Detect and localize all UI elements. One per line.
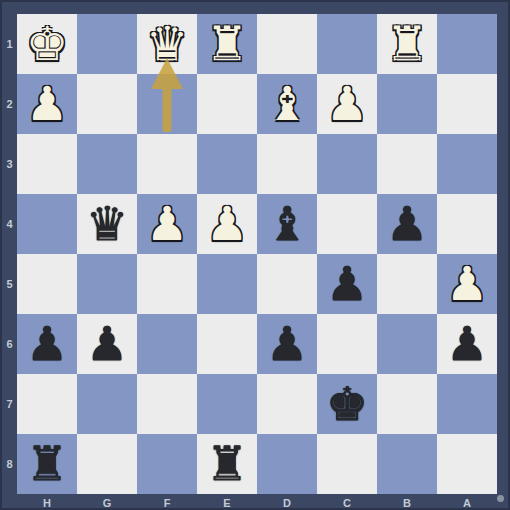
square-a2[interactable] <box>437 74 497 134</box>
rank-label-1: 1 <box>2 14 17 74</box>
square-h4[interactable] <box>17 194 77 254</box>
square-g2[interactable] <box>77 74 137 134</box>
square-d5[interactable] <box>257 254 317 314</box>
square-b2[interactable] <box>377 74 437 134</box>
square-b8[interactable] <box>377 434 437 494</box>
file-label-g: G <box>77 494 137 510</box>
file-label-c: C <box>317 494 377 510</box>
square-c3[interactable] <box>317 134 377 194</box>
rank-label-2: 2 <box>2 74 17 134</box>
rank-label-3: 3 <box>2 134 17 194</box>
square-c6[interactable] <box>317 314 377 374</box>
square-e1[interactable]: ♜ <box>197 14 257 74</box>
square-a6[interactable]: ♟ <box>437 314 497 374</box>
square-e4[interactable]: ♟ <box>197 194 257 254</box>
square-c5[interactable]: ♟ <box>317 254 377 314</box>
square-a3[interactable] <box>437 134 497 194</box>
square-d8[interactable] <box>257 434 317 494</box>
square-h6[interactable]: ♟ <box>17 314 77 374</box>
square-a4[interactable] <box>437 194 497 254</box>
square-e6[interactable] <box>197 314 257 374</box>
square-e7[interactable] <box>197 374 257 434</box>
square-d2[interactable]: ♝ <box>257 74 317 134</box>
square-b3[interactable] <box>377 134 437 194</box>
square-f8[interactable] <box>137 434 197 494</box>
square-d6[interactable]: ♟ <box>257 314 317 374</box>
file-label-d: D <box>257 494 317 510</box>
corner-dot <box>497 495 504 502</box>
chess-board: ♚♛♜♜♟♝♟♛♟♟♝♟♟♟♟♟♟♟♚♜♜ <box>17 14 497 494</box>
piece-black-pawn[interactable]: ♟ <box>86 314 128 374</box>
piece-white-pawn[interactable]: ♟ <box>206 194 248 254</box>
piece-white-bishop[interactable]: ♝ <box>266 74 308 134</box>
square-c8[interactable] <box>317 434 377 494</box>
piece-black-king[interactable]: ♚ <box>326 374 368 434</box>
square-e5[interactable] <box>197 254 257 314</box>
square-c2[interactable]: ♟ <box>317 74 377 134</box>
square-f1[interactable]: ♛ <box>137 14 197 74</box>
piece-black-pawn[interactable]: ♟ <box>26 314 68 374</box>
square-c7[interactable]: ♚ <box>317 374 377 434</box>
square-g1[interactable] <box>77 14 137 74</box>
square-b4[interactable]: ♟ <box>377 194 437 254</box>
piece-black-pawn[interactable]: ♟ <box>266 314 308 374</box>
square-g4[interactable]: ♛ <box>77 194 137 254</box>
square-a1[interactable] <box>437 14 497 74</box>
square-g8[interactable] <box>77 434 137 494</box>
piece-black-pawn[interactable]: ♟ <box>386 194 428 254</box>
square-h5[interactable] <box>17 254 77 314</box>
piece-black-rook[interactable]: ♜ <box>206 434 248 494</box>
square-d4[interactable]: ♝ <box>257 194 317 254</box>
square-g7[interactable] <box>77 374 137 434</box>
piece-white-rook[interactable]: ♜ <box>206 14 248 74</box>
piece-white-pawn[interactable]: ♟ <box>146 194 188 254</box>
square-e8[interactable]: ♜ <box>197 434 257 494</box>
square-a5[interactable]: ♟ <box>437 254 497 314</box>
square-b5[interactable] <box>377 254 437 314</box>
square-a8[interactable] <box>437 434 497 494</box>
square-d7[interactable] <box>257 374 317 434</box>
square-d3[interactable] <box>257 134 317 194</box>
piece-black-pawn[interactable]: ♟ <box>326 254 368 314</box>
rank-label-5: 5 <box>2 254 17 314</box>
square-b1[interactable]: ♜ <box>377 14 437 74</box>
square-b6[interactable] <box>377 314 437 374</box>
square-h3[interactable] <box>17 134 77 194</box>
file-label-e: E <box>197 494 257 510</box>
square-f3[interactable] <box>137 134 197 194</box>
piece-black-rook[interactable]: ♜ <box>26 434 68 494</box>
piece-black-pawn[interactable]: ♟ <box>446 314 488 374</box>
square-f4[interactable]: ♟ <box>137 194 197 254</box>
rank-label-8: 8 <box>2 434 17 494</box>
square-f2[interactable] <box>137 74 197 134</box>
file-labels: HGFEDCBA <box>17 494 497 510</box>
square-h2[interactable]: ♟ <box>17 74 77 134</box>
piece-white-rook[interactable]: ♜ <box>386 14 428 74</box>
piece-black-queen[interactable]: ♛ <box>86 194 128 254</box>
square-e3[interactable] <box>197 134 257 194</box>
file-label-h: H <box>17 494 77 510</box>
square-f6[interactable] <box>137 314 197 374</box>
piece-white-pawn[interactable]: ♟ <box>326 74 368 134</box>
square-g5[interactable] <box>77 254 137 314</box>
piece-white-king[interactable]: ♚ <box>26 14 68 74</box>
square-f7[interactable] <box>137 374 197 434</box>
square-g3[interactable] <box>77 134 137 194</box>
square-g6[interactable]: ♟ <box>77 314 137 374</box>
square-d1[interactable] <box>257 14 317 74</box>
square-c1[interactable] <box>317 14 377 74</box>
chess-board-frame: 12345678 ♚♛♜♜♟♝♟♛♟♟♝♟♟♟♟♟♟♟♚♜♜ HGFEDCBA <box>0 0 510 510</box>
square-h8[interactable]: ♜ <box>17 434 77 494</box>
rank-label-6: 6 <box>2 314 17 374</box>
file-label-f: F <box>137 494 197 510</box>
rank-labels: 12345678 <box>2 14 17 494</box>
piece-white-queen[interactable]: ♛ <box>146 14 188 74</box>
square-a7[interactable] <box>437 374 497 434</box>
rank-label-4: 4 <box>2 194 17 254</box>
piece-black-bishop[interactable]: ♝ <box>266 194 308 254</box>
piece-white-pawn[interactable]: ♟ <box>26 74 68 134</box>
square-h7[interactable] <box>17 374 77 434</box>
square-f5[interactable] <box>137 254 197 314</box>
square-c4[interactable] <box>317 194 377 254</box>
square-e2[interactable] <box>197 74 257 134</box>
piece-white-pawn[interactable]: ♟ <box>446 254 488 314</box>
rank-label-7: 7 <box>2 374 17 434</box>
file-label-b: B <box>377 494 437 510</box>
file-label-a: A <box>437 494 497 510</box>
square-b7[interactable] <box>377 374 437 434</box>
square-h1[interactable]: ♚ <box>17 14 77 74</box>
